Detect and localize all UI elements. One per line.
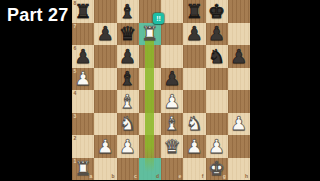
square-e3[interactable]: ♝ (161, 113, 183, 136)
white-pawn-g2[interactable]: ♟ (206, 135, 228, 158)
square-a1[interactable]: 1a♜ (72, 158, 94, 181)
square-d5[interactable] (139, 68, 161, 91)
white-pawn-e4[interactable]: ♟ (161, 90, 183, 113)
square-f5[interactable] (183, 68, 205, 91)
square-f7[interactable]: ♟ (183, 23, 205, 46)
square-g5[interactable] (206, 68, 228, 91)
square-h8[interactable] (228, 0, 250, 23)
brilliant-move-badge: !! (153, 13, 164, 24)
square-b5[interactable] (94, 68, 116, 91)
square-b8[interactable] (94, 0, 116, 23)
square-c3[interactable]: ♞ (117, 113, 139, 136)
square-d4[interactable] (139, 90, 161, 113)
rank-label-7: 7 (74, 24, 77, 29)
square-c8[interactable]: ♝ (117, 0, 139, 23)
square-a2[interactable]: 2 (72, 135, 94, 158)
file-label-c: c (134, 174, 137, 179)
square-g1[interactable]: g♚ (206, 158, 228, 181)
square-f2[interactable]: ♟ (183, 135, 205, 158)
square-h4[interactable] (228, 90, 250, 113)
white-pawn-h3[interactable]: ♟ (228, 113, 250, 136)
file-label-f: f (202, 174, 204, 179)
square-f8[interactable]: ♜ (183, 0, 205, 23)
rank-label-4: 4 (74, 91, 77, 96)
rank-label-3: 3 (74, 114, 77, 119)
square-h3[interactable]: ♟ (228, 113, 250, 136)
white-rook-d7[interactable]: ♜ (139, 23, 161, 46)
square-e4[interactable]: ♟ (161, 90, 183, 113)
square-f1[interactable]: f (183, 158, 205, 181)
square-c5[interactable]: ♝ (117, 68, 139, 91)
black-pawn-h6[interactable]: ♟ (228, 45, 250, 68)
black-bishop-c8[interactable]: ♝ (117, 0, 139, 23)
square-e7[interactable] (161, 23, 183, 46)
black-pawn-e5[interactable]: ♟ (161, 68, 183, 91)
white-pawn-b2[interactable]: ♟ (94, 135, 116, 158)
black-pawn-f7[interactable]: ♟ (183, 23, 205, 46)
square-f3[interactable]: ♞ (183, 113, 205, 136)
video-frame: Part 27 8♜♝♜♚7♟♛♜♟♟6♟♟♞♟5♟♝♟4♝♟3♞♝♞♟2♟♟♛… (0, 0, 320, 180)
square-c1[interactable]: c (117, 158, 139, 181)
square-e5[interactable]: ♟ (161, 68, 183, 91)
square-d3[interactable] (139, 113, 161, 136)
file-label-b: b (111, 174, 114, 179)
square-a7[interactable]: 7 (72, 23, 94, 46)
square-d2[interactable] (139, 135, 161, 158)
black-bishop-c5[interactable]: ♝ (117, 68, 139, 91)
video-part-title: Part 27 (7, 5, 68, 26)
square-a6[interactable]: 6♟ (72, 45, 94, 68)
white-pawn-c2[interactable]: ♟ (117, 135, 139, 158)
square-f6[interactable] (183, 45, 205, 68)
square-h5[interactable] (228, 68, 250, 91)
white-bishop-c4[interactable]: ♝ (117, 90, 139, 113)
black-king-g8[interactable]: ♚ (206, 0, 228, 23)
white-king-g1[interactable]: ♚ (206, 158, 228, 181)
square-h7[interactable] (228, 23, 250, 46)
square-e1[interactable]: e (161, 158, 183, 181)
black-queen-c7[interactable]: ♛ (117, 23, 139, 46)
white-queen-e2[interactable]: ♛ (161, 135, 183, 158)
square-e2[interactable]: ♛ (161, 135, 183, 158)
rank-label-2: 2 (74, 136, 77, 141)
square-b2[interactable]: ♟ (94, 135, 116, 158)
square-b7[interactable]: ♟ (94, 23, 116, 46)
square-c6[interactable]: ♟ (117, 45, 139, 68)
black-pawn-a6[interactable]: ♟ (72, 45, 94, 68)
white-pawn-f2[interactable]: ♟ (183, 135, 205, 158)
square-g4[interactable] (206, 90, 228, 113)
file-label-d: d (156, 174, 159, 179)
black-pawn-g7[interactable]: ♟ (206, 23, 228, 46)
square-e8[interactable] (161, 0, 183, 23)
square-b1[interactable]: b (94, 158, 116, 181)
square-a3[interactable]: 3 (72, 113, 94, 136)
square-d6[interactable] (139, 45, 161, 68)
square-b3[interactable] (94, 113, 116, 136)
black-knight-g6[interactable]: ♞ (206, 45, 228, 68)
file-label-h: h (245, 174, 248, 179)
square-a5[interactable]: 5♟ (72, 68, 94, 91)
square-g7[interactable]: ♟ (206, 23, 228, 46)
square-a8[interactable]: 8♜ (72, 0, 94, 23)
square-c2[interactable]: ♟ (117, 135, 139, 158)
file-label-e: e (178, 174, 181, 179)
black-pawn-b7[interactable]: ♟ (94, 23, 116, 46)
square-d7[interactable]: ♜ (139, 23, 161, 46)
square-a4[interactable]: 4 (72, 90, 94, 113)
white-knight-c3[interactable]: ♞ (117, 113, 139, 136)
white-rook-a1[interactable]: ♜ (72, 158, 94, 181)
square-c4[interactable]: ♝ (117, 90, 139, 113)
white-knight-f3[interactable]: ♞ (183, 113, 205, 136)
black-pawn-c6[interactable]: ♟ (117, 45, 139, 68)
square-g2[interactable]: ♟ (206, 135, 228, 158)
square-b4[interactable] (94, 90, 116, 113)
square-b6[interactable] (94, 45, 116, 68)
black-rook-f8[interactable]: ♜ (183, 0, 205, 23)
white-pawn-a5[interactable]: ♟ (72, 68, 94, 91)
square-g3[interactable] (206, 113, 228, 136)
square-c7[interactable]: ♛ (117, 23, 139, 46)
black-rook-a8[interactable]: ♜ (72, 0, 94, 23)
square-g6[interactable]: ♞ (206, 45, 228, 68)
white-bishop-e3[interactable]: ♝ (161, 113, 183, 136)
square-h6[interactable]: ♟ (228, 45, 250, 68)
square-e6[interactable] (161, 45, 183, 68)
square-f4[interactable] (183, 90, 205, 113)
chess-board: 8♜♝♜♚7♟♛♜♟♟6♟♟♞♟5♟♝♟4♝♟3♞♝♞♟2♟♟♛♟♟1a♜bcd… (72, 0, 250, 180)
square-h1[interactable]: h (228, 158, 250, 181)
square-d1[interactable]: d (139, 158, 161, 181)
square-h2[interactable] (228, 135, 250, 158)
square-g8[interactable]: ♚ (206, 0, 228, 23)
